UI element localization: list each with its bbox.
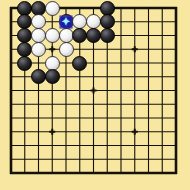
white-stone[interactable] [45,56,60,71]
black-stone[interactable] [17,56,32,71]
white-stone[interactable] [31,28,46,43]
white-stone[interactable] [31,14,46,29]
white-stone[interactable] [59,42,74,57]
black-stone[interactable] [17,28,32,43]
black-stone[interactable] [17,1,32,16]
white-stone[interactable] [59,28,74,43]
black-stone[interactable] [31,1,46,16]
white-stone[interactable] [45,1,60,16]
black-stone[interactable] [17,14,32,29]
last-move-marker: ✦ [61,16,72,27]
black-stone[interactable] [45,69,60,84]
last-move-star-icon: ✦ [62,17,70,27]
black-stone[interactable] [72,56,87,71]
black-stone[interactable] [17,42,32,57]
go-board[interactable]: ✦ [0,0,190,190]
stones-layer: ✦ [4,1,183,180]
black-stone[interactable] [100,1,115,16]
white-stone[interactable] [31,42,46,57]
black-stone[interactable] [100,28,115,43]
black-stone[interactable] [31,69,46,84]
white-stone[interactable] [72,14,87,29]
white-stone[interactable] [86,14,101,29]
black-stone[interactable] [86,28,101,43]
white-stone[interactable] [45,28,60,43]
black-stone[interactable] [100,14,115,29]
black-stone[interactable]: ✦ [59,14,74,29]
black-stone[interactable] [72,28,87,43]
